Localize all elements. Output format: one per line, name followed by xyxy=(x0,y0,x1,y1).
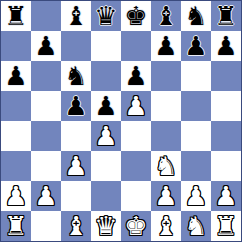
white-rook[interactable]: ♜ xyxy=(4,211,27,241)
black-rook[interactable]: ♜ xyxy=(4,1,27,31)
square-b8[interactable] xyxy=(31,1,61,31)
square-h7[interactable]: ♟ xyxy=(211,31,241,61)
white-pawn[interactable]: ♟ xyxy=(124,91,147,121)
white-queen[interactable]: ♛ xyxy=(94,211,117,241)
white-pawn[interactable]: ♟ xyxy=(154,181,177,211)
square-a2[interactable]: ♟ xyxy=(1,181,31,211)
white-bishop[interactable]: ♝ xyxy=(64,211,87,241)
square-d6[interactable] xyxy=(91,61,121,91)
square-d5[interactable]: ♟ xyxy=(91,91,121,121)
square-h6[interactable] xyxy=(211,61,241,91)
white-king[interactable]: ♚ xyxy=(124,211,147,241)
square-c8[interactable]: ♝ xyxy=(61,1,91,31)
square-h4[interactable] xyxy=(211,121,241,151)
square-d4[interactable]: ♟ xyxy=(91,121,121,151)
square-g4[interactable] xyxy=(181,121,211,151)
square-h8[interactable]: ♜ xyxy=(211,1,241,31)
square-f5[interactable] xyxy=(151,91,181,121)
square-g6[interactable] xyxy=(181,61,211,91)
black-bishop[interactable]: ♝ xyxy=(64,1,87,31)
square-h5[interactable] xyxy=(211,91,241,121)
black-knight[interactable]: ♞ xyxy=(64,61,87,91)
chess-board: ♜♝♛♚♝♞♜♟♟♟♟♟♞♟♟♟♟♟♟♞♟♟♟♟♟♜♝♛♚♝♞♜ xyxy=(0,0,242,242)
square-c1[interactable]: ♝ xyxy=(61,211,91,241)
square-b4[interactable] xyxy=(31,121,61,151)
square-d2[interactable] xyxy=(91,181,121,211)
black-pawn[interactable]: ♟ xyxy=(34,31,57,61)
square-e6[interactable]: ♟ xyxy=(121,61,151,91)
square-g1[interactable]: ♞ xyxy=(181,211,211,241)
square-a6[interactable]: ♟ xyxy=(1,61,31,91)
square-e4[interactable] xyxy=(121,121,151,151)
black-pawn[interactable]: ♟ xyxy=(184,31,207,61)
square-b7[interactable]: ♟ xyxy=(31,31,61,61)
white-pawn[interactable]: ♟ xyxy=(64,151,87,181)
square-f7[interactable]: ♟ xyxy=(151,31,181,61)
black-pawn[interactable]: ♟ xyxy=(64,91,87,121)
square-a3[interactable] xyxy=(1,151,31,181)
square-d8[interactable]: ♛ xyxy=(91,1,121,31)
square-f8[interactable]: ♝ xyxy=(151,1,181,31)
black-pawn[interactable]: ♟ xyxy=(94,91,117,121)
square-h1[interactable]: ♜ xyxy=(211,211,241,241)
square-e2[interactable] xyxy=(121,181,151,211)
square-f4[interactable] xyxy=(151,121,181,151)
white-knight[interactable]: ♞ xyxy=(184,211,207,241)
white-pawn[interactable]: ♟ xyxy=(214,181,237,211)
square-c4[interactable] xyxy=(61,121,91,151)
square-d3[interactable] xyxy=(91,151,121,181)
square-a4[interactable] xyxy=(1,121,31,151)
square-c6[interactable]: ♞ xyxy=(61,61,91,91)
black-pawn[interactable]: ♟ xyxy=(124,61,147,91)
square-d1[interactable]: ♛ xyxy=(91,211,121,241)
square-g2[interactable]: ♟ xyxy=(181,181,211,211)
square-f1[interactable]: ♝ xyxy=(151,211,181,241)
square-c7[interactable] xyxy=(61,31,91,61)
square-d7[interactable] xyxy=(91,31,121,61)
square-h3[interactable] xyxy=(211,151,241,181)
square-b1[interactable] xyxy=(31,211,61,241)
square-h2[interactable]: ♟ xyxy=(211,181,241,211)
square-a5[interactable] xyxy=(1,91,31,121)
black-pawn[interactable]: ♟ xyxy=(214,31,237,61)
square-e3[interactable] xyxy=(121,151,151,181)
square-e1[interactable]: ♚ xyxy=(121,211,151,241)
white-bishop[interactable]: ♝ xyxy=(154,211,177,241)
white-pawn[interactable]: ♟ xyxy=(94,121,117,151)
square-c3[interactable]: ♟ xyxy=(61,151,91,181)
white-rook[interactable]: ♜ xyxy=(214,211,237,241)
black-pawn[interactable]: ♟ xyxy=(4,61,27,91)
square-e8[interactable]: ♚ xyxy=(121,1,151,31)
white-pawn[interactable]: ♟ xyxy=(4,181,27,211)
white-pawn[interactable]: ♟ xyxy=(184,181,207,211)
square-a1[interactable]: ♜ xyxy=(1,211,31,241)
square-a8[interactable]: ♜ xyxy=(1,1,31,31)
white-knight[interactable]: ♞ xyxy=(154,151,177,181)
square-b5[interactable] xyxy=(31,91,61,121)
square-g5[interactable] xyxy=(181,91,211,121)
black-knight[interactable]: ♞ xyxy=(184,1,207,31)
square-f3[interactable]: ♞ xyxy=(151,151,181,181)
square-a7[interactable] xyxy=(1,31,31,61)
square-f6[interactable] xyxy=(151,61,181,91)
square-b3[interactable] xyxy=(31,151,61,181)
square-g8[interactable]: ♞ xyxy=(181,1,211,31)
square-e7[interactable] xyxy=(121,31,151,61)
square-e5[interactable]: ♟ xyxy=(121,91,151,121)
black-king[interactable]: ♚ xyxy=(124,1,147,31)
square-c5[interactable]: ♟ xyxy=(61,91,91,121)
black-queen[interactable]: ♛ xyxy=(94,1,117,31)
black-bishop[interactable]: ♝ xyxy=(154,1,177,31)
square-g7[interactable]: ♟ xyxy=(181,31,211,61)
square-g3[interactable] xyxy=(181,151,211,181)
square-b6[interactable] xyxy=(31,61,61,91)
square-c2[interactable] xyxy=(61,181,91,211)
square-b2[interactable]: ♟ xyxy=(31,181,61,211)
white-pawn[interactable]: ♟ xyxy=(34,181,57,211)
black-pawn[interactable]: ♟ xyxy=(154,31,177,61)
square-f2[interactable]: ♟ xyxy=(151,181,181,211)
black-rook[interactable]: ♜ xyxy=(214,1,237,31)
